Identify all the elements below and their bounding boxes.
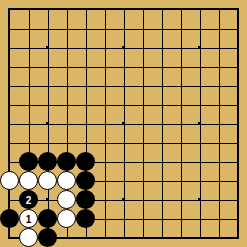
white-stone-D3[interactable] bbox=[57, 190, 76, 209]
black-stone-E3[interactable] bbox=[76, 190, 95, 209]
black-stone-E4[interactable] bbox=[76, 171, 95, 190]
black-stone-D5[interactable] bbox=[57, 152, 76, 171]
move-number-label: 2 bbox=[26, 195, 32, 205]
white-stone-C4[interactable] bbox=[38, 171, 57, 190]
black-stone-B5[interactable] bbox=[19, 152, 38, 171]
move-number-label: 1 bbox=[26, 214, 32, 224]
black-stone-C2[interactable] bbox=[38, 209, 57, 228]
black-stone-C5[interactable] bbox=[38, 152, 57, 171]
black-stone-E2[interactable] bbox=[76, 209, 95, 228]
white-stone-D2[interactable] bbox=[57, 209, 76, 228]
white-stone-B1[interactable] bbox=[19, 228, 38, 247]
go-board[interactable]: 21 bbox=[0, 0, 247, 247]
white-stone-B2[interactable]: 1 bbox=[19, 209, 38, 228]
white-stone-A4[interactable] bbox=[0, 171, 19, 190]
board-stones-grid[interactable]: 21 bbox=[0, 0, 247, 247]
black-stone-A2[interactable] bbox=[0, 209, 19, 228]
black-stone-B3[interactable]: 2 bbox=[19, 190, 38, 209]
white-stone-D4[interactable] bbox=[57, 171, 76, 190]
white-stone-B4[interactable] bbox=[19, 171, 38, 190]
black-stone-C1[interactable] bbox=[38, 228, 57, 247]
black-stone-E5[interactable] bbox=[76, 152, 95, 171]
